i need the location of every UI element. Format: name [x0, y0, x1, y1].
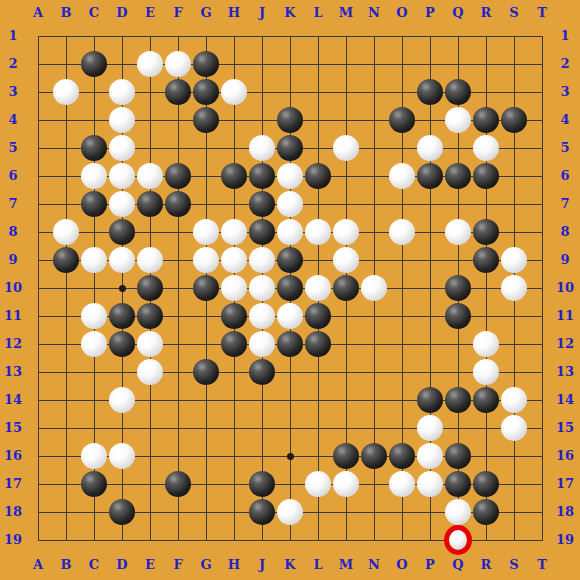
intersection-C9[interactable]: [80, 246, 108, 274]
intersection-F6[interactable]: [164, 162, 192, 190]
intersection-N6[interactable]: [360, 162, 388, 190]
intersection-M2[interactable]: [332, 50, 360, 78]
intersection-B2[interactable]: [52, 50, 80, 78]
intersection-G7[interactable]: [192, 190, 220, 218]
intersection-J12[interactable]: [248, 330, 276, 358]
intersection-L6[interactable]: [304, 162, 332, 190]
intersection-A4[interactable]: [24, 106, 52, 134]
intersection-B13[interactable]: [52, 358, 80, 386]
intersection-M5[interactable]: [332, 134, 360, 162]
intersection-C19[interactable]: [80, 526, 108, 554]
intersection-J16[interactable]: [248, 442, 276, 470]
intersection-Q5[interactable]: [444, 134, 472, 162]
intersection-P9[interactable]: [416, 246, 444, 274]
intersection-F3[interactable]: [164, 78, 192, 106]
intersection-F5[interactable]: [164, 134, 192, 162]
intersection-C11[interactable]: [80, 302, 108, 330]
intersection-O15[interactable]: [388, 414, 416, 442]
intersection-B6[interactable]: [52, 162, 80, 190]
intersection-A8[interactable]: [24, 218, 52, 246]
intersection-L14[interactable]: [304, 386, 332, 414]
intersection-O12[interactable]: [388, 330, 416, 358]
intersection-E2[interactable]: [136, 50, 164, 78]
intersection-N18[interactable]: [360, 498, 388, 526]
intersection-H3[interactable]: [220, 78, 248, 106]
intersection-E15[interactable]: [136, 414, 164, 442]
intersection-E3[interactable]: [136, 78, 164, 106]
intersection-J15[interactable]: [248, 414, 276, 442]
intersection-O16[interactable]: [388, 442, 416, 470]
intersection-H14[interactable]: [220, 386, 248, 414]
intersection-O19[interactable]: [388, 526, 416, 554]
intersection-T8[interactable]: [528, 218, 556, 246]
intersection-T1[interactable]: [528, 22, 556, 50]
intersection-F19[interactable]: [164, 526, 192, 554]
intersection-E7[interactable]: [136, 190, 164, 218]
intersection-R5[interactable]: [472, 134, 500, 162]
intersection-Q9[interactable]: [444, 246, 472, 274]
intersection-Q14[interactable]: [444, 386, 472, 414]
intersection-L13[interactable]: [304, 358, 332, 386]
intersection-R8[interactable]: [472, 218, 500, 246]
intersection-T3[interactable]: [528, 78, 556, 106]
intersection-S1[interactable]: [500, 22, 528, 50]
intersection-G4[interactable]: [192, 106, 220, 134]
intersection-M1[interactable]: [332, 22, 360, 50]
intersection-M19[interactable]: [332, 526, 360, 554]
intersection-Q19[interactable]: [444, 526, 472, 554]
intersection-D17[interactable]: [108, 470, 136, 498]
intersection-B15[interactable]: [52, 414, 80, 442]
intersection-O6[interactable]: [388, 162, 416, 190]
intersection-E19[interactable]: [136, 526, 164, 554]
intersection-C15[interactable]: [80, 414, 108, 442]
intersection-D9[interactable]: [108, 246, 136, 274]
intersection-R18[interactable]: [472, 498, 500, 526]
intersection-T14[interactable]: [528, 386, 556, 414]
intersection-M18[interactable]: [332, 498, 360, 526]
intersection-C10[interactable]: [80, 274, 108, 302]
intersection-E17[interactable]: [136, 470, 164, 498]
intersection-L9[interactable]: [304, 246, 332, 274]
intersection-N17[interactable]: [360, 470, 388, 498]
intersection-B5[interactable]: [52, 134, 80, 162]
intersection-R16[interactable]: [472, 442, 500, 470]
intersection-H2[interactable]: [220, 50, 248, 78]
intersection-T2[interactable]: [528, 50, 556, 78]
intersection-S16[interactable]: [500, 442, 528, 470]
intersection-P14[interactable]: [416, 386, 444, 414]
intersection-L4[interactable]: [304, 106, 332, 134]
intersection-O2[interactable]: [388, 50, 416, 78]
intersection-R3[interactable]: [472, 78, 500, 106]
intersection-J19[interactable]: [248, 526, 276, 554]
intersection-B14[interactable]: [52, 386, 80, 414]
intersection-P4[interactable]: [416, 106, 444, 134]
intersection-M6[interactable]: [332, 162, 360, 190]
intersection-A17[interactable]: [24, 470, 52, 498]
intersection-B12[interactable]: [52, 330, 80, 358]
intersection-B10[interactable]: [52, 274, 80, 302]
intersection-R9[interactable]: [472, 246, 500, 274]
intersection-P3[interactable]: [416, 78, 444, 106]
intersection-A18[interactable]: [24, 498, 52, 526]
intersection-L16[interactable]: [304, 442, 332, 470]
intersection-R6[interactable]: [472, 162, 500, 190]
intersection-A13[interactable]: [24, 358, 52, 386]
intersection-Q4[interactable]: [444, 106, 472, 134]
intersection-M7[interactable]: [332, 190, 360, 218]
intersection-D16[interactable]: [108, 442, 136, 470]
intersection-H1[interactable]: [220, 22, 248, 50]
intersection-D14[interactable]: [108, 386, 136, 414]
intersection-H8[interactable]: [220, 218, 248, 246]
intersection-C16[interactable]: [80, 442, 108, 470]
intersection-B3[interactable]: [52, 78, 80, 106]
intersection-A12[interactable]: [24, 330, 52, 358]
intersection-A1[interactable]: [24, 22, 52, 50]
intersection-F11[interactable]: [164, 302, 192, 330]
intersection-K19[interactable]: [276, 526, 304, 554]
intersection-B8[interactable]: [52, 218, 80, 246]
intersection-S8[interactable]: [500, 218, 528, 246]
intersection-J11[interactable]: [248, 302, 276, 330]
intersection-K9[interactable]: [276, 246, 304, 274]
intersection-G17[interactable]: [192, 470, 220, 498]
intersection-T12[interactable]: [528, 330, 556, 358]
intersection-E16[interactable]: [136, 442, 164, 470]
intersection-F2[interactable]: [164, 50, 192, 78]
intersection-E6[interactable]: [136, 162, 164, 190]
intersection-H6[interactable]: [220, 162, 248, 190]
intersection-L3[interactable]: [304, 78, 332, 106]
intersection-Q1[interactable]: [444, 22, 472, 50]
intersection-D11[interactable]: [108, 302, 136, 330]
intersection-M11[interactable]: [332, 302, 360, 330]
intersection-N10[interactable]: [360, 274, 388, 302]
intersection-G11[interactable]: [192, 302, 220, 330]
intersection-C14[interactable]: [80, 386, 108, 414]
intersection-L1[interactable]: [304, 22, 332, 50]
intersection-D19[interactable]: [108, 526, 136, 554]
intersection-O10[interactable]: [388, 274, 416, 302]
intersection-K10[interactable]: [276, 274, 304, 302]
intersection-T11[interactable]: [528, 302, 556, 330]
intersection-N15[interactable]: [360, 414, 388, 442]
intersection-O1[interactable]: [388, 22, 416, 50]
intersection-D15[interactable]: [108, 414, 136, 442]
intersection-P5[interactable]: [416, 134, 444, 162]
intersection-C13[interactable]: [80, 358, 108, 386]
intersection-N19[interactable]: [360, 526, 388, 554]
intersection-R12[interactable]: [472, 330, 500, 358]
intersection-T5[interactable]: [528, 134, 556, 162]
intersection-J14[interactable]: [248, 386, 276, 414]
intersection-F12[interactable]: [164, 330, 192, 358]
intersection-S14[interactable]: [500, 386, 528, 414]
intersection-F8[interactable]: [164, 218, 192, 246]
intersection-C1[interactable]: [80, 22, 108, 50]
intersection-K16[interactable]: [276, 442, 304, 470]
intersection-Q16[interactable]: [444, 442, 472, 470]
intersection-F15[interactable]: [164, 414, 192, 442]
intersection-K8[interactable]: [276, 218, 304, 246]
intersection-C3[interactable]: [80, 78, 108, 106]
intersection-G15[interactable]: [192, 414, 220, 442]
intersection-S19[interactable]: [500, 526, 528, 554]
intersection-T9[interactable]: [528, 246, 556, 274]
intersection-G1[interactable]: [192, 22, 220, 50]
intersection-P16[interactable]: [416, 442, 444, 470]
intersection-O4[interactable]: [388, 106, 416, 134]
intersection-S18[interactable]: [500, 498, 528, 526]
intersection-H4[interactable]: [220, 106, 248, 134]
intersection-J6[interactable]: [248, 162, 276, 190]
intersection-H9[interactable]: [220, 246, 248, 274]
intersection-N3[interactable]: [360, 78, 388, 106]
intersection-H7[interactable]: [220, 190, 248, 218]
intersection-R11[interactable]: [472, 302, 500, 330]
intersection-G9[interactable]: [192, 246, 220, 274]
intersection-O18[interactable]: [388, 498, 416, 526]
intersection-P17[interactable]: [416, 470, 444, 498]
intersection-O7[interactable]: [388, 190, 416, 218]
intersection-K6[interactable]: [276, 162, 304, 190]
intersection-D3[interactable]: [108, 78, 136, 106]
intersection-C12[interactable]: [80, 330, 108, 358]
intersection-K3[interactable]: [276, 78, 304, 106]
intersection-G5[interactable]: [192, 134, 220, 162]
intersection-G14[interactable]: [192, 386, 220, 414]
intersection-H12[interactable]: [220, 330, 248, 358]
intersection-S9[interactable]: [500, 246, 528, 274]
intersection-C8[interactable]: [80, 218, 108, 246]
intersection-B18[interactable]: [52, 498, 80, 526]
intersection-E9[interactable]: [136, 246, 164, 274]
intersection-J5[interactable]: [248, 134, 276, 162]
intersection-C5[interactable]: [80, 134, 108, 162]
intersection-F1[interactable]: [164, 22, 192, 50]
intersection-J10[interactable]: [248, 274, 276, 302]
intersection-R1[interactable]: [472, 22, 500, 50]
intersection-P19[interactable]: [416, 526, 444, 554]
intersection-B1[interactable]: [52, 22, 80, 50]
intersection-T19[interactable]: [528, 526, 556, 554]
intersection-N5[interactable]: [360, 134, 388, 162]
intersection-O5[interactable]: [388, 134, 416, 162]
intersection-J7[interactable]: [248, 190, 276, 218]
intersection-G3[interactable]: [192, 78, 220, 106]
intersection-N9[interactable]: [360, 246, 388, 274]
intersection-Q17[interactable]: [444, 470, 472, 498]
intersection-N14[interactable]: [360, 386, 388, 414]
intersection-Q2[interactable]: [444, 50, 472, 78]
intersection-F7[interactable]: [164, 190, 192, 218]
intersection-B9[interactable]: [52, 246, 80, 274]
intersection-D4[interactable]: [108, 106, 136, 134]
intersection-K1[interactable]: [276, 22, 304, 50]
intersection-H19[interactable]: [220, 526, 248, 554]
intersection-M14[interactable]: [332, 386, 360, 414]
intersection-L5[interactable]: [304, 134, 332, 162]
intersection-B7[interactable]: [52, 190, 80, 218]
intersection-B4[interactable]: [52, 106, 80, 134]
intersection-G10[interactable]: [192, 274, 220, 302]
intersection-K15[interactable]: [276, 414, 304, 442]
intersection-L8[interactable]: [304, 218, 332, 246]
intersection-E18[interactable]: [136, 498, 164, 526]
intersection-N11[interactable]: [360, 302, 388, 330]
intersection-K12[interactable]: [276, 330, 304, 358]
intersection-Q6[interactable]: [444, 162, 472, 190]
intersection-D12[interactable]: [108, 330, 136, 358]
intersection-N12[interactable]: [360, 330, 388, 358]
intersection-L12[interactable]: [304, 330, 332, 358]
intersection-G19[interactable]: [192, 526, 220, 554]
intersection-S17[interactable]: [500, 470, 528, 498]
intersection-K2[interactable]: [276, 50, 304, 78]
intersection-E10[interactable]: [136, 274, 164, 302]
intersection-R19[interactable]: [472, 526, 500, 554]
intersection-R10[interactable]: [472, 274, 500, 302]
intersection-L17[interactable]: [304, 470, 332, 498]
intersection-R13[interactable]: [472, 358, 500, 386]
intersection-P8[interactable]: [416, 218, 444, 246]
intersection-S10[interactable]: [500, 274, 528, 302]
intersection-B17[interactable]: [52, 470, 80, 498]
intersection-J1[interactable]: [248, 22, 276, 50]
intersection-P11[interactable]: [416, 302, 444, 330]
intersection-Q13[interactable]: [444, 358, 472, 386]
intersection-A16[interactable]: [24, 442, 52, 470]
intersection-N4[interactable]: [360, 106, 388, 134]
intersection-E14[interactable]: [136, 386, 164, 414]
intersection-D8[interactable]: [108, 218, 136, 246]
intersection-S11[interactable]: [500, 302, 528, 330]
intersection-D10[interactable]: [108, 274, 136, 302]
intersection-S7[interactable]: [500, 190, 528, 218]
intersection-S15[interactable]: [500, 414, 528, 442]
intersection-R2[interactable]: [472, 50, 500, 78]
intersection-K7[interactable]: [276, 190, 304, 218]
intersection-J17[interactable]: [248, 470, 276, 498]
intersection-Q12[interactable]: [444, 330, 472, 358]
intersection-O9[interactable]: [388, 246, 416, 274]
intersection-F10[interactable]: [164, 274, 192, 302]
intersection-M12[interactable]: [332, 330, 360, 358]
intersection-A7[interactable]: [24, 190, 52, 218]
intersection-A3[interactable]: [24, 78, 52, 106]
intersection-F9[interactable]: [164, 246, 192, 274]
intersection-A6[interactable]: [24, 162, 52, 190]
intersection-O17[interactable]: [388, 470, 416, 498]
intersection-N8[interactable]: [360, 218, 388, 246]
intersection-A15[interactable]: [24, 414, 52, 442]
intersection-R4[interactable]: [472, 106, 500, 134]
intersection-P13[interactable]: [416, 358, 444, 386]
intersection-H5[interactable]: [220, 134, 248, 162]
intersection-Q7[interactable]: [444, 190, 472, 218]
intersection-H13[interactable]: [220, 358, 248, 386]
intersection-T10[interactable]: [528, 274, 556, 302]
intersection-D5[interactable]: [108, 134, 136, 162]
intersection-N1[interactable]: [360, 22, 388, 50]
intersection-T16[interactable]: [528, 442, 556, 470]
intersection-M15[interactable]: [332, 414, 360, 442]
intersection-L19[interactable]: [304, 526, 332, 554]
intersection-E5[interactable]: [136, 134, 164, 162]
intersection-Q18[interactable]: [444, 498, 472, 526]
intersection-G6[interactable]: [192, 162, 220, 190]
intersection-G8[interactable]: [192, 218, 220, 246]
intersection-S3[interactable]: [500, 78, 528, 106]
intersection-L10[interactable]: [304, 274, 332, 302]
intersection-D1[interactable]: [108, 22, 136, 50]
intersection-L11[interactable]: [304, 302, 332, 330]
intersection-J4[interactable]: [248, 106, 276, 134]
intersection-J3[interactable]: [248, 78, 276, 106]
intersection-P6[interactable]: [416, 162, 444, 190]
intersection-A19[interactable]: [24, 526, 52, 554]
intersection-J2[interactable]: [248, 50, 276, 78]
intersection-M17[interactable]: [332, 470, 360, 498]
intersection-F16[interactable]: [164, 442, 192, 470]
intersection-E8[interactable]: [136, 218, 164, 246]
intersection-N16[interactable]: [360, 442, 388, 470]
intersection-T6[interactable]: [528, 162, 556, 190]
intersection-P15[interactable]: [416, 414, 444, 442]
intersection-F17[interactable]: [164, 470, 192, 498]
intersection-F13[interactable]: [164, 358, 192, 386]
intersection-T7[interactable]: [528, 190, 556, 218]
intersection-R15[interactable]: [472, 414, 500, 442]
intersection-S6[interactable]: [500, 162, 528, 190]
intersection-E4[interactable]: [136, 106, 164, 134]
intersection-P12[interactable]: [416, 330, 444, 358]
intersection-T17[interactable]: [528, 470, 556, 498]
intersection-O8[interactable]: [388, 218, 416, 246]
intersection-N13[interactable]: [360, 358, 388, 386]
intersection-S2[interactable]: [500, 50, 528, 78]
intersection-H10[interactable]: [220, 274, 248, 302]
intersection-F18[interactable]: [164, 498, 192, 526]
intersection-Q11[interactable]: [444, 302, 472, 330]
intersection-Q8[interactable]: [444, 218, 472, 246]
intersection-S12[interactable]: [500, 330, 528, 358]
intersection-O11[interactable]: [388, 302, 416, 330]
intersection-A2[interactable]: [24, 50, 52, 78]
intersection-P10[interactable]: [416, 274, 444, 302]
intersection-H15[interactable]: [220, 414, 248, 442]
intersection-P1[interactable]: [416, 22, 444, 50]
intersection-C7[interactable]: [80, 190, 108, 218]
intersection-S13[interactable]: [500, 358, 528, 386]
intersection-K4[interactable]: [276, 106, 304, 134]
intersection-G12[interactable]: [192, 330, 220, 358]
intersection-M9[interactable]: [332, 246, 360, 274]
intersection-P7[interactable]: [416, 190, 444, 218]
intersection-G13[interactable]: [192, 358, 220, 386]
intersection-J9[interactable]: [248, 246, 276, 274]
intersection-K5[interactable]: [276, 134, 304, 162]
intersection-J13[interactable]: [248, 358, 276, 386]
intersection-Q15[interactable]: [444, 414, 472, 442]
intersection-N7[interactable]: [360, 190, 388, 218]
intersection-P18[interactable]: [416, 498, 444, 526]
intersection-E11[interactable]: [136, 302, 164, 330]
intersection-T18[interactable]: [528, 498, 556, 526]
intersection-P2[interactable]: [416, 50, 444, 78]
